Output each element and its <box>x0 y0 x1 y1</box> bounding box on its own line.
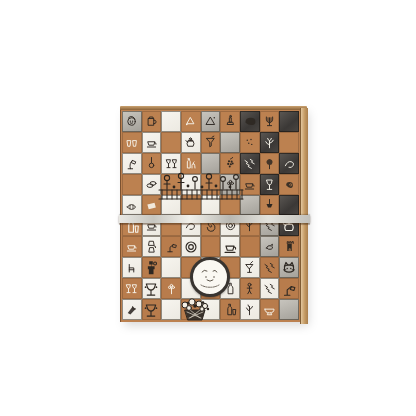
board-cell-r7c9[interactable] <box>279 236 299 257</box>
grinder-doodle-icon <box>142 259 160 277</box>
board-cell-r8c2[interactable] <box>142 257 162 278</box>
elastic-band <box>119 215 310 223</box>
candle-doodle-icon <box>223 114 238 129</box>
board-cell-r3c1[interactable] <box>122 153 142 174</box>
board-cell-r2c7[interactable] <box>240 132 260 153</box>
board-cell-r3c7[interactable] <box>240 153 260 174</box>
lamp-bent-doodle-icon <box>280 280 298 298</box>
pyramid-doodle-icon <box>183 114 198 129</box>
board-cell-r7c6[interactable] <box>220 236 240 257</box>
board-cell-r3c8[interactable] <box>260 153 280 174</box>
cup-doodle-icon <box>242 177 257 192</box>
board-cell-r5c8[interactable] <box>260 195 280 216</box>
swirl-doodle-icon <box>282 156 297 171</box>
board-cell-r4c7[interactable] <box>240 174 260 195</box>
board-cell-r9c2[interactable] <box>142 278 162 299</box>
chair-doodle-icon <box>124 260 139 275</box>
tower-doodle-icon <box>282 239 297 254</box>
board-cell-r10c1[interactable] <box>122 299 142 320</box>
board-cell-r1c8[interactable] <box>260 111 280 132</box>
flower-doodle-icon <box>223 177 238 192</box>
board-cell-r3c5[interactable] <box>201 153 221 174</box>
pillow-doodle-icon <box>144 198 159 213</box>
board-cell-r1c2[interactable] <box>142 111 162 132</box>
carafe-doodle-icon <box>223 302 238 317</box>
wineglasses-doodle-icon <box>164 156 179 171</box>
scribble-doodle-icon <box>262 281 277 296</box>
board-cell-r5c1[interactable] <box>122 195 142 216</box>
board-cell-r8c1[interactable] <box>122 257 142 278</box>
board-cell-r7c7[interactable] <box>240 236 260 257</box>
board-cell-r4c5[interactable] <box>201 174 221 195</box>
board-cell-r4c3[interactable] <box>161 174 181 195</box>
board-cell-r9c3[interactable] <box>161 278 181 299</box>
board-cell-r7c1[interactable] <box>122 236 142 257</box>
board-cell-r1c9[interactable] <box>279 111 299 132</box>
person-doodle-icon <box>242 281 257 296</box>
board-cell-r8c8[interactable] <box>260 257 280 278</box>
brand-stamp-sticker <box>190 257 230 297</box>
board-cell-r1c1[interactable] <box>122 111 142 132</box>
board-cell-r7c2[interactable] <box>142 236 162 257</box>
board-cell-r5c4[interactable] <box>181 195 201 216</box>
board-cell-r4c8[interactable] <box>260 174 280 195</box>
bowl-doodle-icon <box>262 302 277 317</box>
cocktail-doodle-icon <box>242 260 257 275</box>
board-cell-r4c2[interactable] <box>142 174 162 195</box>
board-cell-r8c7[interactable] <box>240 257 260 278</box>
bird-doodle-icon <box>262 239 277 254</box>
cat-doodle-icon <box>280 259 298 277</box>
board-cell-r3c3[interactable] <box>161 153 181 174</box>
board-cell-r5c7[interactable] <box>240 195 260 216</box>
pedestal-doodle-icon <box>142 280 160 298</box>
board-cell-r9c7[interactable] <box>240 278 260 299</box>
wineglasses-doodle-icon <box>124 281 139 296</box>
board-cell-r8c3[interactable] <box>161 257 181 278</box>
board-cell-r2c6[interactable] <box>220 132 240 153</box>
board-cell-r7c3[interactable] <box>161 236 181 257</box>
board-cell-r10c4[interactable] <box>181 299 201 320</box>
board-cell-r10c2[interactable] <box>142 299 162 320</box>
tree-doodle-icon <box>262 156 277 171</box>
croissant-doodle-icon <box>124 198 139 213</box>
board-cell-r10c9[interactable] <box>279 299 299 320</box>
llama-doodle-icon <box>183 156 198 171</box>
board-cell-r5c3[interactable] <box>161 195 181 216</box>
board-cell-r1c7[interactable] <box>240 111 260 132</box>
lamp-doodle-icon <box>124 156 139 171</box>
board-cell-r3c6[interactable] <box>220 153 240 174</box>
board-cell-r7c5[interactable] <box>201 236 221 257</box>
cup-doodle-icon <box>124 239 139 254</box>
board-cell-r1c6[interactable] <box>220 111 240 132</box>
pendant-doodle-icon <box>262 198 277 213</box>
funnel-doodle-icon <box>203 135 218 150</box>
board-cell-r2c4[interactable] <box>181 132 201 153</box>
rose-doodle-icon <box>282 177 297 192</box>
board-cell-r9c9[interactable] <box>279 278 299 299</box>
blob-doodle-icon <box>241 112 259 130</box>
scribble-doodle-icon <box>242 156 257 171</box>
cup-doodle-icon <box>144 135 159 150</box>
board-cell-r4c6[interactable] <box>220 174 240 195</box>
board-cell-r10c8[interactable] <box>260 299 280 320</box>
board-face <box>120 110 300 322</box>
ovals-doodle-icon <box>144 177 159 192</box>
board-cell-r9c1[interactable] <box>122 278 142 299</box>
board-cell-r5c2[interactable] <box>142 195 162 216</box>
board-cell-r4c9[interactable] <box>279 174 299 195</box>
board-cell-r3c4[interactable] <box>181 153 201 174</box>
board-cell-r4c4[interactable] <box>181 174 201 195</box>
board-cell-r2c1[interactable] <box>122 132 142 153</box>
lamp-bent-doodle-icon <box>164 239 179 254</box>
triangle-doodle-icon <box>203 114 218 129</box>
goblet-doodle-icon <box>262 177 277 192</box>
mug-doodle-icon <box>144 114 159 129</box>
board-cell-r5c5[interactable] <box>201 195 221 216</box>
plate-doodle-icon <box>182 238 200 256</box>
flower-doodle-icon <box>164 281 179 296</box>
board-cell-r2c2[interactable] <box>142 132 162 153</box>
scribble-doodle-icon <box>262 260 277 275</box>
face-doodle-icon <box>124 114 139 129</box>
board-cell-r8c9[interactable] <box>279 257 299 278</box>
board-cell-r10c5[interactable] <box>201 299 221 320</box>
board-cell-r2c8[interactable] <box>260 132 280 153</box>
board-cell-r3c9[interactable] <box>279 153 299 174</box>
kettle-doodle-icon <box>183 135 198 150</box>
grapes-doodle-icon <box>223 156 238 171</box>
board-cell-r9c8[interactable] <box>260 278 280 299</box>
product-photo <box>0 0 416 416</box>
tumblers-doodle-icon <box>124 135 139 150</box>
pedestal-doodle-icon <box>142 301 160 319</box>
board-cell-r10c6[interactable] <box>220 299 240 320</box>
board-cell-r4c1[interactable] <box>122 174 142 195</box>
board-cell-r7c4[interactable] <box>181 236 201 257</box>
board-cell-r1c4[interactable] <box>181 111 201 132</box>
board-cell-r2c5[interactable] <box>201 132 221 153</box>
dots-doodle-icon <box>242 135 257 150</box>
board-cell-r10c7[interactable] <box>240 299 260 320</box>
board-cell-r7c8[interactable] <box>260 236 280 257</box>
board-cell-r3c2[interactable] <box>142 153 162 174</box>
paper-doodle-icon <box>124 302 139 317</box>
moka-doodle-icon <box>144 239 159 254</box>
board-cell-r1c3[interactable] <box>161 111 181 132</box>
sprig-doodle-icon <box>242 302 257 317</box>
board-cell-r5c6[interactable] <box>220 195 240 216</box>
cup-doodle-icon <box>221 238 239 256</box>
stamp-doodles <box>193 260 227 294</box>
board-cell-r2c9[interactable] <box>279 132 299 153</box>
bulb-doodle-icon <box>144 156 159 171</box>
board-cell-r2c3[interactable] <box>161 132 181 153</box>
lyre-doodle-icon <box>262 114 277 129</box>
checkerboard-object <box>120 106 307 325</box>
plant-doodle-icon <box>262 135 277 150</box>
board-cell-r10c3[interactable] <box>161 299 181 320</box>
board-cell-r5c9[interactable] <box>279 195 299 216</box>
board-cell-r1c5[interactable] <box>201 111 221 132</box>
